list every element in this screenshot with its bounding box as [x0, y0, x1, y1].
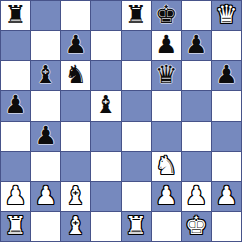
piece-black-bishop: ♝ — [34, 62, 56, 87]
square-a3[interactable] — [1, 152, 30, 181]
square-c6[interactable]: ♞ — [61, 61, 90, 90]
piece-white-knight: ♞ — [155, 153, 177, 178]
piece-black-bishop: ♝ — [95, 92, 117, 117]
square-b6[interactable]: ♝ — [31, 61, 60, 90]
square-g8[interactable] — [182, 1, 211, 30]
square-e7[interactable] — [122, 31, 151, 60]
square-b2[interactable]: ♟ — [31, 182, 60, 211]
piece-black-pawn: ♟ — [65, 32, 87, 57]
square-g3[interactable] — [182, 152, 211, 181]
square-a7[interactable] — [1, 31, 30, 60]
square-a8[interactable]: ♜ — [1, 1, 30, 30]
square-h1[interactable] — [212, 212, 241, 241]
square-c4[interactable] — [61, 122, 90, 151]
square-e5[interactable] — [122, 91, 151, 120]
square-a5[interactable]: ♟ — [1, 91, 30, 120]
square-d7[interactable] — [91, 31, 120, 60]
square-c5[interactable] — [61, 91, 90, 120]
piece-white-bishop: ♝ — [65, 183, 87, 208]
square-a4[interactable] — [1, 122, 30, 151]
square-b4[interactable]: ♟ — [31, 122, 60, 151]
square-c1[interactable]: ♝ — [61, 212, 90, 241]
square-h2[interactable]: ♟ — [212, 182, 241, 211]
square-d5[interactable]: ♝ — [91, 91, 120, 120]
square-f4[interactable] — [152, 122, 181, 151]
square-b1[interactable] — [31, 212, 60, 241]
piece-white-pawn: ♟ — [215, 183, 237, 208]
square-g1[interactable]: ♚ — [182, 212, 211, 241]
piece-white-rook: ♜ — [125, 213, 147, 238]
square-h4[interactable] — [212, 122, 241, 151]
piece-black-rook: ♜ — [125, 2, 147, 27]
square-b8[interactable] — [31, 1, 60, 30]
piece-white-king: ♚ — [185, 213, 207, 238]
square-f5[interactable] — [152, 91, 181, 120]
square-d2[interactable] — [91, 182, 120, 211]
square-e2[interactable] — [122, 182, 151, 211]
piece-white-pawn: ♟ — [4, 183, 26, 208]
square-f3[interactable]: ♞ — [152, 152, 181, 181]
square-c8[interactable] — [61, 1, 90, 30]
piece-black-king: ♚ — [155, 2, 177, 27]
square-f1[interactable] — [152, 212, 181, 241]
square-f8[interactable]: ♚ — [152, 1, 181, 30]
square-g7[interactable]: ♟ — [182, 31, 211, 60]
square-g4[interactable] — [182, 122, 211, 151]
square-e4[interactable] — [122, 122, 151, 151]
piece-black-pawn: ♟ — [215, 62, 237, 87]
piece-black-pawn: ♟ — [155, 32, 177, 57]
square-c2[interactable]: ♝ — [61, 182, 90, 211]
square-g6[interactable] — [182, 61, 211, 90]
piece-black-queen: ♛ — [155, 62, 177, 87]
piece-white-pawn: ♟ — [155, 183, 177, 208]
square-b3[interactable] — [31, 152, 60, 181]
piece-white-bishop: ♝ — [65, 213, 87, 238]
square-c3[interactable] — [61, 152, 90, 181]
square-e6[interactable] — [122, 61, 151, 90]
piece-white-pawn: ♟ — [185, 183, 207, 208]
square-d6[interactable] — [91, 61, 120, 90]
square-d1[interactable] — [91, 212, 120, 241]
square-f7[interactable]: ♟ — [152, 31, 181, 60]
piece-black-pawn: ♟ — [34, 123, 56, 148]
square-d3[interactable] — [91, 152, 120, 181]
square-f2[interactable]: ♟ — [152, 182, 181, 211]
chess-board: ♜♜♚♛♟♟♟♝♞♛♟♟♝♟♞♟♟♝♟♟♟♜♝♜♚ — [0, 0, 242, 242]
square-d4[interactable] — [91, 122, 120, 151]
square-g5[interactable] — [182, 91, 211, 120]
piece-white-pawn: ♟ — [34, 183, 56, 208]
square-e1[interactable]: ♜ — [122, 212, 151, 241]
piece-black-rook: ♜ — [4, 2, 26, 27]
square-h6[interactable]: ♟ — [212, 61, 241, 90]
square-a6[interactable] — [1, 61, 30, 90]
square-b5[interactable] — [31, 91, 60, 120]
square-h8[interactable]: ♛ — [212, 1, 241, 30]
square-b7[interactable] — [31, 31, 60, 60]
square-f6[interactable]: ♛ — [152, 61, 181, 90]
square-h7[interactable] — [212, 31, 241, 60]
square-h5[interactable] — [212, 91, 241, 120]
piece-black-pawn: ♟ — [4, 92, 26, 117]
piece-white-rook: ♜ — [4, 213, 26, 238]
piece-white-queen: ♛ — [215, 2, 237, 27]
square-d8[interactable] — [91, 1, 120, 30]
square-c7[interactable]: ♟ — [61, 31, 90, 60]
piece-black-pawn: ♟ — [185, 32, 207, 57]
square-e8[interactable]: ♜ — [122, 1, 151, 30]
square-e3[interactable] — [122, 152, 151, 181]
square-a1[interactable]: ♜ — [1, 212, 30, 241]
square-h3[interactable] — [212, 152, 241, 181]
square-g2[interactable]: ♟ — [182, 182, 211, 211]
piece-black-knight: ♞ — [65, 62, 87, 87]
square-a2[interactable]: ♟ — [1, 182, 30, 211]
